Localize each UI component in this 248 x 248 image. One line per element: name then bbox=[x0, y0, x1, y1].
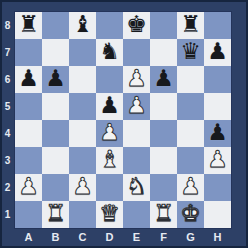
square-d4[interactable]: ♟ bbox=[96, 120, 123, 147]
rank-label-8: 8 bbox=[0, 12, 15, 39]
piece-black-pawn[interactable]: ♟ bbox=[153, 65, 174, 92]
piece-white-pawn[interactable]: ♟ bbox=[99, 119, 120, 146]
board-frame: ♜♝♚♜♞♛♟♟♟♟♟♟♟♟♟♝♟♟♟♞♟♜♛♜♚ 8 7 6 5 4 3 2 … bbox=[0, 0, 248, 248]
square-a4[interactable] bbox=[15, 120, 42, 147]
square-g4[interactable] bbox=[177, 120, 204, 147]
square-a2[interactable]: ♟ bbox=[15, 174, 42, 201]
square-d7[interactable]: ♞ bbox=[96, 39, 123, 66]
square-g2[interactable]: ♟ bbox=[177, 174, 204, 201]
square-f6[interactable]: ♟ bbox=[150, 66, 177, 93]
square-b7[interactable] bbox=[42, 39, 69, 66]
square-f5[interactable] bbox=[150, 93, 177, 120]
square-d2[interactable] bbox=[96, 174, 123, 201]
chess-board: ♜♝♚♜♞♛♟♟♟♟♟♟♟♟♟♝♟♟♟♞♟♜♛♜♚ bbox=[15, 12, 231, 228]
piece-black-pawn[interactable]: ♟ bbox=[18, 65, 39, 92]
square-g5[interactable] bbox=[177, 93, 204, 120]
square-g3[interactable] bbox=[177, 147, 204, 174]
piece-black-rook[interactable]: ♜ bbox=[180, 11, 201, 38]
piece-white-knight[interactable]: ♞ bbox=[126, 173, 147, 200]
square-e4[interactable] bbox=[123, 120, 150, 147]
piece-black-rook[interactable]: ♜ bbox=[18, 11, 39, 38]
piece-white-king[interactable]: ♚ bbox=[180, 200, 201, 227]
square-b3[interactable] bbox=[42, 147, 69, 174]
square-g7[interactable]: ♛ bbox=[177, 39, 204, 66]
square-h6[interactable] bbox=[204, 66, 231, 93]
square-f1[interactable]: ♜ bbox=[150, 201, 177, 228]
square-f7[interactable] bbox=[150, 39, 177, 66]
square-d3[interactable]: ♝ bbox=[96, 147, 123, 174]
square-b4[interactable] bbox=[42, 120, 69, 147]
square-e1[interactable] bbox=[123, 201, 150, 228]
file-label-c: C bbox=[69, 229, 96, 246]
square-e6[interactable]: ♟ bbox=[123, 66, 150, 93]
square-h3[interactable]: ♟ bbox=[204, 147, 231, 174]
square-c4[interactable] bbox=[69, 120, 96, 147]
piece-white-pawn[interactable]: ♟ bbox=[126, 92, 147, 119]
square-d5[interactable]: ♟ bbox=[96, 93, 123, 120]
square-d6[interactable] bbox=[96, 66, 123, 93]
square-c3[interactable] bbox=[69, 147, 96, 174]
square-g1[interactable]: ♚ bbox=[177, 201, 204, 228]
piece-white-rook[interactable]: ♜ bbox=[45, 200, 66, 227]
rank-label-1: 1 bbox=[0, 201, 15, 228]
file-label-f: F bbox=[150, 229, 177, 246]
square-c7[interactable] bbox=[69, 39, 96, 66]
piece-white-pawn[interactable]: ♟ bbox=[180, 173, 201, 200]
square-c8[interactable]: ♝ bbox=[69, 12, 96, 39]
piece-black-bishop[interactable]: ♝ bbox=[72, 11, 93, 38]
square-f8[interactable] bbox=[150, 12, 177, 39]
square-e3[interactable] bbox=[123, 147, 150, 174]
square-d8[interactable] bbox=[96, 12, 123, 39]
rank-label-6: 6 bbox=[0, 66, 15, 93]
square-g8[interactable]: ♜ bbox=[177, 12, 204, 39]
square-g6[interactable] bbox=[177, 66, 204, 93]
square-a5[interactable] bbox=[15, 93, 42, 120]
piece-white-bishop[interactable]: ♝ bbox=[99, 146, 120, 173]
piece-black-queen[interactable]: ♛ bbox=[180, 38, 201, 65]
rank-label-7: 7 bbox=[0, 39, 15, 66]
rank-label-5: 5 bbox=[0, 93, 15, 120]
square-f4[interactable] bbox=[150, 120, 177, 147]
rank-label-2: 2 bbox=[0, 174, 15, 201]
piece-black-pawn[interactable]: ♟ bbox=[99, 92, 120, 119]
square-h4[interactable]: ♟ bbox=[204, 120, 231, 147]
square-c1[interactable] bbox=[69, 201, 96, 228]
piece-white-rook[interactable]: ♜ bbox=[153, 200, 174, 227]
square-e5[interactable]: ♟ bbox=[123, 93, 150, 120]
piece-black-king[interactable]: ♚ bbox=[126, 11, 147, 38]
square-a8[interactable]: ♜ bbox=[15, 12, 42, 39]
piece-white-queen[interactable]: ♛ bbox=[99, 200, 120, 227]
piece-black-pawn[interactable]: ♟ bbox=[207, 38, 228, 65]
square-c6[interactable] bbox=[69, 66, 96, 93]
square-c2[interactable]: ♟ bbox=[69, 174, 96, 201]
square-e7[interactable] bbox=[123, 39, 150, 66]
square-b6[interactable]: ♟ bbox=[42, 66, 69, 93]
square-a1[interactable] bbox=[15, 201, 42, 228]
piece-black-pawn[interactable]: ♟ bbox=[45, 65, 66, 92]
square-e2[interactable]: ♞ bbox=[123, 174, 150, 201]
piece-black-pawn[interactable]: ♟ bbox=[207, 119, 228, 146]
square-b5[interactable] bbox=[42, 93, 69, 120]
square-a3[interactable] bbox=[15, 147, 42, 174]
file-label-h: H bbox=[204, 229, 231, 246]
file-label-e: E bbox=[123, 229, 150, 246]
rank-label-4: 4 bbox=[0, 120, 15, 147]
square-f2[interactable] bbox=[150, 174, 177, 201]
square-d1[interactable]: ♛ bbox=[96, 201, 123, 228]
rank-label-3: 3 bbox=[0, 147, 15, 174]
file-label-a: A bbox=[15, 229, 42, 246]
square-a6[interactable]: ♟ bbox=[15, 66, 42, 93]
square-c5[interactable] bbox=[69, 93, 96, 120]
piece-white-pawn[interactable]: ♟ bbox=[72, 173, 93, 200]
square-b2[interactable] bbox=[42, 174, 69, 201]
square-b1[interactable]: ♜ bbox=[42, 201, 69, 228]
piece-black-knight[interactable]: ♞ bbox=[99, 38, 120, 65]
square-e8[interactable]: ♚ bbox=[123, 12, 150, 39]
piece-white-pawn[interactable]: ♟ bbox=[207, 146, 228, 173]
piece-white-pawn[interactable]: ♟ bbox=[18, 173, 39, 200]
file-label-d: D bbox=[96, 229, 123, 246]
square-f3[interactable] bbox=[150, 147, 177, 174]
file-label-g: G bbox=[177, 229, 204, 246]
square-h5[interactable] bbox=[204, 93, 231, 120]
file-label-b: B bbox=[42, 229, 69, 246]
square-h7[interactable]: ♟ bbox=[204, 39, 231, 66]
square-b8[interactable] bbox=[42, 12, 69, 39]
square-h2[interactable] bbox=[204, 174, 231, 201]
piece-white-pawn[interactable]: ♟ bbox=[126, 65, 147, 92]
square-a7[interactable] bbox=[15, 39, 42, 66]
square-h1[interactable] bbox=[204, 201, 231, 228]
square-h8[interactable] bbox=[204, 12, 231, 39]
